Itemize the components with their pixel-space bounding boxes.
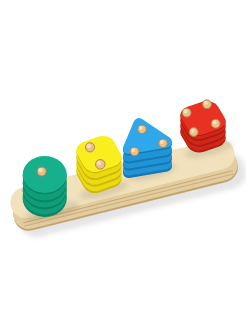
photo-canvas [0, 0, 246, 328]
wooden-peg [203, 100, 212, 109]
wooden-peg [189, 128, 198, 137]
stack-blue-triangles [129, 124, 168, 173]
wooden-peg [182, 108, 191, 117]
toy-illustration [0, 0, 246, 328]
wooden-peg [138, 125, 147, 134]
wooden-peg [159, 139, 168, 148]
wooden-peg [37, 167, 46, 176]
wooden-peg [85, 143, 94, 152]
stack-green-circles [23, 156, 67, 217]
wooden-peg [96, 160, 106, 170]
wooden-peg [211, 119, 220, 128]
wooden-peg [130, 147, 139, 156]
